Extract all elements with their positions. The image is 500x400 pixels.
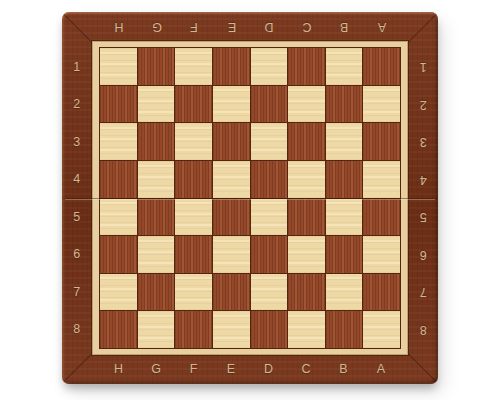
square-g3[interactable] — [138, 123, 175, 160]
square-b2[interactable] — [326, 86, 363, 123]
square-f8[interactable] — [175, 311, 212, 348]
square-e7[interactable] — [213, 274, 250, 311]
file-label-top-e: E — [213, 12, 251, 42]
square-h6[interactable] — [100, 236, 137, 273]
square-a7[interactable] — [363, 274, 400, 311]
square-e3[interactable] — [213, 123, 250, 160]
file-label-bottom-d: D — [250, 354, 288, 384]
file-labels-bottom: HGFEDCBA — [100, 354, 400, 384]
square-d1[interactable] — [251, 48, 288, 85]
square-f1[interactable] — [175, 48, 212, 85]
square-c2[interactable] — [288, 86, 325, 123]
file-label-top-a: A — [363, 12, 401, 42]
file-label-top-b: B — [325, 12, 363, 42]
rank-label-left-5: 5 — [62, 198, 92, 236]
square-a1[interactable] — [363, 48, 400, 85]
square-g8[interactable] — [138, 311, 175, 348]
square-g4[interactable] — [138, 161, 175, 198]
square-d5[interactable] — [251, 199, 288, 236]
square-e6[interactable] — [213, 236, 250, 273]
square-a2[interactable] — [363, 86, 400, 123]
file-label-bottom-g: G — [138, 354, 176, 384]
square-g6[interactable] — [138, 236, 175, 273]
square-g7[interactable] — [138, 274, 175, 311]
square-f6[interactable] — [175, 236, 212, 273]
square-c7[interactable] — [288, 274, 325, 311]
rank-label-left-3: 3 — [62, 123, 92, 161]
rank-label-right-6: 6 — [408, 236, 438, 274]
square-g5[interactable] — [138, 199, 175, 236]
square-f4[interactable] — [175, 161, 212, 198]
rank-label-left-6: 6 — [62, 236, 92, 274]
square-e4[interactable] — [213, 161, 250, 198]
rank-label-left-2: 2 — [62, 86, 92, 124]
square-a3[interactable] — [363, 123, 400, 160]
square-b5[interactable] — [326, 199, 363, 236]
rank-label-left-7: 7 — [62, 273, 92, 311]
file-labels-top: HGFEDCBA — [100, 12, 400, 42]
square-e8[interactable] — [213, 311, 250, 348]
rank-label-left-4: 4 — [62, 161, 92, 199]
photo-background: HGFEDCBA HGFEDCBA 12345678 12345678 — [0, 0, 500, 400]
file-label-bottom-a: A — [363, 354, 401, 384]
square-a8[interactable] — [363, 311, 400, 348]
rank-label-right-1: 1 — [408, 48, 438, 86]
square-b7[interactable] — [326, 274, 363, 311]
playing-field — [100, 48, 400, 348]
square-b1[interactable] — [326, 48, 363, 85]
file-label-bottom-f: F — [175, 354, 213, 384]
chess-board: HGFEDCBA HGFEDCBA 12345678 12345678 — [62, 12, 438, 384]
square-e1[interactable] — [213, 48, 250, 85]
square-c5[interactable] — [288, 199, 325, 236]
square-c1[interactable] — [288, 48, 325, 85]
square-b6[interactable] — [326, 236, 363, 273]
rank-label-right-5: 5 — [408, 198, 438, 236]
file-label-bottom-b: B — [325, 354, 363, 384]
square-d6[interactable] — [251, 236, 288, 273]
square-g2[interactable] — [138, 86, 175, 123]
rank-label-right-4: 4 — [408, 161, 438, 199]
square-b4[interactable] — [326, 161, 363, 198]
square-h2[interactable] — [100, 86, 137, 123]
square-d8[interactable] — [251, 311, 288, 348]
square-f2[interactable] — [175, 86, 212, 123]
square-h7[interactable] — [100, 274, 137, 311]
file-label-bottom-h: H — [100, 354, 138, 384]
square-c8[interactable] — [288, 311, 325, 348]
rank-labels-left: 12345678 — [62, 48, 92, 348]
square-h8[interactable] — [100, 311, 137, 348]
rank-label-left-1: 1 — [62, 48, 92, 86]
square-f7[interactable] — [175, 274, 212, 311]
square-e2[interactable] — [213, 86, 250, 123]
square-b3[interactable] — [326, 123, 363, 160]
square-a4[interactable] — [363, 161, 400, 198]
square-c4[interactable] — [288, 161, 325, 198]
rank-label-right-2: 2 — [408, 86, 438, 124]
square-f5[interactable] — [175, 199, 212, 236]
file-label-bottom-c: C — [288, 354, 326, 384]
square-c3[interactable] — [288, 123, 325, 160]
square-d3[interactable] — [251, 123, 288, 160]
square-h5[interactable] — [100, 199, 137, 236]
square-d4[interactable] — [251, 161, 288, 198]
square-h4[interactable] — [100, 161, 137, 198]
rank-label-right-7: 7 — [408, 273, 438, 311]
file-label-bottom-e: E — [213, 354, 251, 384]
square-d2[interactable] — [251, 86, 288, 123]
file-label-top-c: C — [288, 12, 326, 42]
rank-label-right-8: 8 — [408, 311, 438, 349]
square-a6[interactable] — [363, 236, 400, 273]
square-a5[interactable] — [363, 199, 400, 236]
square-f3[interactable] — [175, 123, 212, 160]
rank-labels-right: 12345678 — [408, 48, 438, 348]
square-g1[interactable] — [138, 48, 175, 85]
square-h3[interactable] — [100, 123, 137, 160]
square-c6[interactable] — [288, 236, 325, 273]
square-d7[interactable] — [251, 274, 288, 311]
square-h1[interactable] — [100, 48, 137, 85]
rank-label-left-8: 8 — [62, 311, 92, 349]
square-b8[interactable] — [326, 311, 363, 348]
file-label-top-g: G — [138, 12, 176, 42]
file-label-top-f: F — [175, 12, 213, 42]
file-label-top-d: D — [250, 12, 288, 42]
rank-label-right-3: 3 — [408, 123, 438, 161]
square-e5[interactable] — [213, 199, 250, 236]
file-label-top-h: H — [100, 12, 138, 42]
